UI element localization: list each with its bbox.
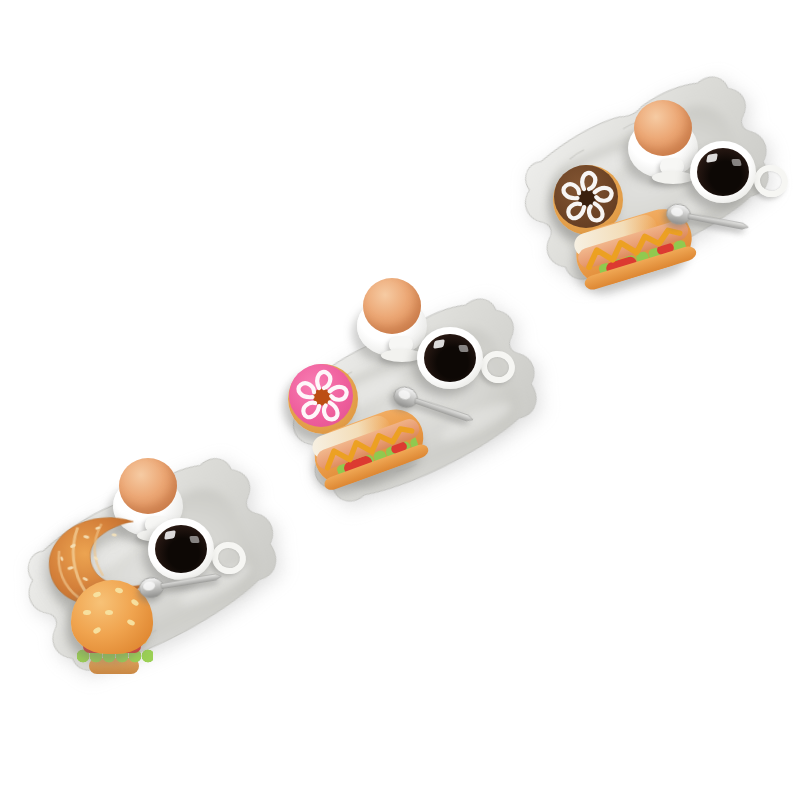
sesame-seed — [126, 619, 135, 627]
sesame-seed — [130, 598, 139, 607]
coffee-surface — [697, 148, 749, 196]
sesame-seed — [114, 587, 123, 594]
donut-icing-swirl — [288, 364, 358, 434]
sesame-seed — [92, 626, 101, 634]
coffee-surface — [424, 334, 476, 382]
coffee-highlight — [706, 153, 718, 162]
coffee-highlight — [164, 530, 176, 539]
coffee-highlight — [731, 159, 742, 166]
coffee-highlight — [458, 345, 469, 352]
pink-donut — [288, 364, 358, 434]
sesame-seed — [105, 610, 113, 615]
boiled-egg — [119, 458, 177, 514]
coffee-highlight — [433, 339, 445, 348]
coffee-highlight — [189, 536, 200, 543]
sesame-seed — [83, 610, 91, 616]
sesame-seed — [92, 591, 101, 598]
photo-stage — [0, 0, 800, 800]
